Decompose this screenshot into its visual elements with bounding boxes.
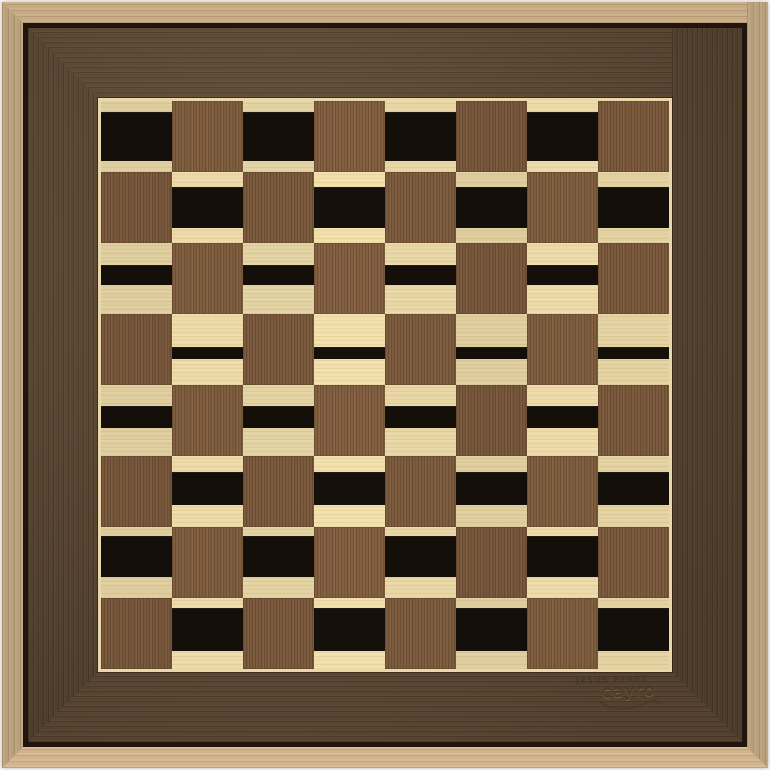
inlay-bar xyxy=(598,472,669,505)
inlay-bar xyxy=(385,265,456,285)
square-a4 xyxy=(101,385,172,456)
square-f3 xyxy=(456,456,527,527)
square-f1 xyxy=(456,598,527,669)
square-f2 xyxy=(456,527,527,598)
square-g1 xyxy=(527,598,598,669)
inlay-bar xyxy=(101,112,172,161)
square-a1 xyxy=(101,598,172,669)
square-d4 xyxy=(314,385,385,456)
oak-frame-right xyxy=(747,2,768,768)
square-e7 xyxy=(385,172,456,243)
square-c2 xyxy=(243,527,314,598)
inlay-bar xyxy=(101,536,172,576)
square-h1 xyxy=(598,598,669,669)
inlay-bar xyxy=(172,347,243,359)
inlay-bar xyxy=(314,347,385,359)
square-a5 xyxy=(101,314,172,385)
square-e4 xyxy=(385,385,456,456)
square-b3 xyxy=(172,456,243,527)
square-a2 xyxy=(101,527,172,598)
square-c1 xyxy=(243,598,314,669)
square-d7 xyxy=(314,172,385,243)
square-f6 xyxy=(456,243,527,314)
inlay-bar xyxy=(527,536,598,576)
square-d8 xyxy=(314,101,385,172)
inlay-bar xyxy=(456,347,527,359)
board-maple-border xyxy=(98,98,672,672)
inlay-bar xyxy=(243,265,314,285)
square-a8 xyxy=(101,101,172,172)
square-g2 xyxy=(527,527,598,598)
square-e6 xyxy=(385,243,456,314)
square-h2 xyxy=(598,527,669,598)
inlay-bar xyxy=(101,406,172,428)
square-e5 xyxy=(385,314,456,385)
square-a6 xyxy=(101,243,172,314)
board xyxy=(101,101,669,669)
square-h8 xyxy=(598,101,669,172)
inlay-bar xyxy=(172,608,243,651)
square-b7 xyxy=(172,172,243,243)
square-c7 xyxy=(243,172,314,243)
walnut-mat-top xyxy=(28,28,742,98)
inlay-bar xyxy=(314,608,385,651)
square-d2 xyxy=(314,527,385,598)
square-d1 xyxy=(314,598,385,669)
square-h7 xyxy=(598,172,669,243)
square-d6 xyxy=(314,243,385,314)
square-h4 xyxy=(598,385,669,456)
square-a7 xyxy=(101,172,172,243)
inlay-bar xyxy=(385,112,456,161)
square-f5 xyxy=(456,314,527,385)
square-e8 xyxy=(385,101,456,172)
inlay-bar xyxy=(527,112,598,161)
square-c8 xyxy=(243,101,314,172)
square-g3 xyxy=(527,456,598,527)
signature-block: JESUS PEREZ cayro xyxy=(576,674,696,714)
oak-frame-top xyxy=(2,2,768,23)
square-c3 xyxy=(243,456,314,527)
inlay-bar xyxy=(527,265,598,285)
inlay-bar xyxy=(456,608,527,651)
inlay-bar xyxy=(598,347,669,359)
square-e3 xyxy=(385,456,456,527)
inlay-bar xyxy=(314,187,385,228)
oak-frame-left xyxy=(2,2,23,768)
square-b6 xyxy=(172,243,243,314)
signature-flourish-icon xyxy=(598,698,662,714)
inlay-bar xyxy=(598,608,669,651)
square-c4 xyxy=(243,385,314,456)
inlay-bar xyxy=(456,187,527,228)
square-f4 xyxy=(456,385,527,456)
square-d5 xyxy=(314,314,385,385)
square-b1 xyxy=(172,598,243,669)
square-b4 xyxy=(172,385,243,456)
square-f7 xyxy=(456,172,527,243)
square-b8 xyxy=(172,101,243,172)
inlay-bar xyxy=(456,472,527,505)
inlay-bar xyxy=(243,406,314,428)
oak-frame-bottom xyxy=(2,747,768,768)
inlay-bar xyxy=(385,406,456,428)
walnut-mat-right xyxy=(672,28,742,742)
inlay-bar xyxy=(243,536,314,576)
square-b2 xyxy=(172,527,243,598)
inlay-bar xyxy=(243,112,314,161)
square-h6 xyxy=(598,243,669,314)
square-c5 xyxy=(243,314,314,385)
square-e2 xyxy=(385,527,456,598)
square-h5 xyxy=(598,314,669,385)
inlay-bar xyxy=(598,187,669,228)
inlay-bar xyxy=(527,406,598,428)
square-g4 xyxy=(527,385,598,456)
square-g7 xyxy=(527,172,598,243)
inlay-bar xyxy=(314,472,385,505)
square-h3 xyxy=(598,456,669,527)
square-f8 xyxy=(456,101,527,172)
framed-chessboard-artwork: JESUS PEREZ cayro xyxy=(0,0,770,770)
square-g8 xyxy=(527,101,598,172)
square-d3 xyxy=(314,456,385,527)
inlay-bar xyxy=(385,536,456,576)
square-a3 xyxy=(101,456,172,527)
square-g6 xyxy=(527,243,598,314)
square-e1 xyxy=(385,598,456,669)
oak-floater-frame: JESUS PEREZ cayro xyxy=(2,2,768,768)
inlay-bar xyxy=(172,187,243,228)
square-c6 xyxy=(243,243,314,314)
inlay-bar xyxy=(172,472,243,505)
square-g5 xyxy=(527,314,598,385)
walnut-mat-left xyxy=(28,28,98,742)
square-b5 xyxy=(172,314,243,385)
inlay-bar xyxy=(101,265,172,285)
